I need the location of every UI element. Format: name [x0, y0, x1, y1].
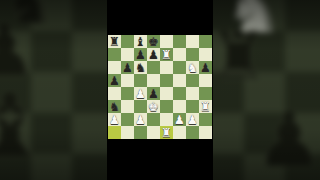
- piece-black-pawn-c7: ♟: [134, 48, 147, 61]
- square-g7: [186, 48, 199, 61]
- square-g3: [186, 100, 199, 113]
- piece-white-rook-e1: ♜: [160, 126, 173, 139]
- square-e1: ♜: [160, 126, 173, 139]
- piece-black-pawn-b6: ♟: [121, 61, 134, 74]
- square-h8: [199, 35, 212, 48]
- square-b4: [121, 87, 134, 100]
- square-h1: [199, 126, 212, 139]
- square-g5: [186, 74, 199, 87]
- square-d5: [147, 74, 160, 87]
- square-f7: [173, 48, 186, 61]
- square-h7: [199, 48, 212, 61]
- piece-white-rook-e7: ♜: [160, 48, 173, 61]
- piece-white-king-d3: ♚: [147, 100, 160, 113]
- piece-white-knight-g6: ♞: [186, 61, 199, 74]
- piece-black-pawn-d7: ♟: [147, 48, 160, 61]
- square-a3: ♞: [108, 100, 121, 113]
- square-a4: [108, 87, 121, 100]
- square-e7: ♜: [160, 48, 173, 61]
- blurred-backdrop-left: ♞ ♟ ♝: [0, 0, 108, 180]
- square-d8: ♚: [147, 35, 160, 48]
- square-e6: [160, 61, 173, 74]
- square-d3: ♚: [147, 100, 160, 113]
- piece-black-rook-a8: ♜: [108, 35, 121, 48]
- square-a5: ♟: [108, 74, 121, 87]
- square-a1: [108, 126, 121, 139]
- square-c6: ♞: [134, 61, 147, 74]
- square-d2: [147, 113, 160, 126]
- square-c4: ♟: [134, 87, 147, 100]
- piece-white-pawn-f2: ♟: [173, 113, 186, 126]
- square-e3: [160, 100, 173, 113]
- square-b6: ♟: [121, 61, 134, 74]
- square-g1: [186, 126, 199, 139]
- piece-black-knight-c6: ♞: [134, 61, 147, 74]
- piece-black-king-d8: ♚: [147, 35, 160, 48]
- square-f8: [173, 35, 186, 48]
- square-f5: [173, 74, 186, 87]
- square-c2: ♟: [134, 113, 147, 126]
- square-d6: [147, 61, 160, 74]
- video-area[interactable]: ♜♝♚♟♟♜♟♞♞♟♟♟♟♞♚♜♟♟♟♟♜: [107, 0, 213, 180]
- square-d4: ♟: [147, 87, 160, 100]
- square-d7: ♟: [147, 48, 160, 61]
- square-b5: [121, 74, 134, 87]
- backdrop-shade: [0, 0, 108, 180]
- square-c3: [134, 100, 147, 113]
- backdrop-shade: [213, 0, 320, 180]
- square-b1: [121, 126, 134, 139]
- square-g8: [186, 35, 199, 48]
- square-a6: [108, 61, 121, 74]
- square-c8: ♝: [134, 35, 147, 48]
- chess-board: ♜♝♚♟♟♜♟♞♞♟♟♟♟♞♚♜♟♟♟♟♜: [108, 35, 212, 139]
- piece-black-bishop-c8: ♝: [134, 35, 147, 48]
- square-g4: [186, 87, 199, 100]
- piece-black-pawn-a5: ♟: [108, 74, 121, 87]
- square-h5: [199, 74, 212, 87]
- square-g2: ♟: [186, 113, 199, 126]
- square-c7: ♟: [134, 48, 147, 61]
- square-f6: [173, 61, 186, 74]
- square-g6: ♞: [186, 61, 199, 74]
- square-h2: [199, 113, 212, 126]
- square-f3: [173, 100, 186, 113]
- square-h4: [199, 87, 212, 100]
- piece-white-pawn-g2: ♟: [186, 113, 199, 126]
- square-h6: ♟: [199, 61, 212, 74]
- piece-white-pawn-a2: ♟: [108, 113, 121, 126]
- blurred-backdrop-right: ♞ ♜ ♟: [213, 0, 320, 180]
- square-a8: ♜: [108, 35, 121, 48]
- square-h3: ♜: [199, 100, 212, 113]
- square-e5: [160, 74, 173, 87]
- square-d1: [147, 126, 160, 139]
- square-a2: ♟: [108, 113, 121, 126]
- piece-black-pawn-h6: ♟: [199, 61, 212, 74]
- square-c1: [134, 126, 147, 139]
- square-b8: [121, 35, 134, 48]
- piece-white-pawn-c2: ♟: [134, 113, 147, 126]
- square-e2: [160, 113, 173, 126]
- square-f2: ♟: [173, 113, 186, 126]
- square-f1: [173, 126, 186, 139]
- piece-white-rook-h3: ♜: [199, 100, 212, 113]
- square-b7: [121, 48, 134, 61]
- piece-white-pawn-c4: ♟: [134, 87, 147, 100]
- shorts-video-frame: ♞ ♟ ♝ ♞ ♜ ♟ ♜♝♚♟♟♜♟♞♞♟♟♟♟♞♚♜♟♟♟♟♜: [0, 0, 320, 180]
- piece-black-knight-a3: ♞: [108, 100, 121, 113]
- square-b2: [121, 113, 134, 126]
- piece-black-pawn-d4: ♟: [147, 87, 160, 100]
- square-f4: [173, 87, 186, 100]
- square-e8: [160, 35, 173, 48]
- square-e4: [160, 87, 173, 100]
- square-a7: [108, 48, 121, 61]
- square-b3: [121, 100, 134, 113]
- square-c5: [134, 74, 147, 87]
